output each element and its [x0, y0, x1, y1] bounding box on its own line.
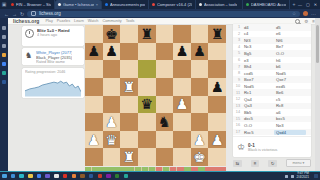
square-h4[interactable] — [208, 96, 226, 114]
square-e4[interactable] — [156, 96, 174, 114]
square-b1[interactable] — [103, 148, 121, 166]
move-list-card: 1d4d52c4e63Nf3Nf64Nc3Be75Bg5O-O6e3h67Bh4… — [233, 24, 311, 157]
square-e5[interactable] — [156, 78, 174, 96]
square-c2[interactable] — [120, 131, 138, 149]
nav-learn[interactable]: Learn — [74, 19, 84, 23]
window-controls: —▢✕ — [298, 0, 320, 9]
bookmark-star-icon[interactable]: ☆ — [292, 11, 296, 16]
black-move[interactable]: Rc8 — [274, 103, 306, 108]
square-a6[interactable] — [85, 60, 103, 78]
move-number: 2 — [233, 32, 242, 36]
square-h3[interactable] — [208, 113, 226, 131]
nav-watch[interactable]: Watch — [88, 19, 99, 23]
browser-tab[interactable]: Game • lichess.org× — [55, 0, 102, 9]
taskbar-app-icon[interactable] — [63, 174, 68, 179]
tray-icon[interactable] — [291, 175, 294, 178]
black-move[interactable]: Qxd4 — [274, 130, 306, 135]
tab-favicon — [11, 3, 14, 6]
game-info-card: Blitz 5+0 • Rated 4 hours ago — [22, 26, 84, 46]
nav-play[interactable]: Play — [45, 19, 52, 23]
rating-area — [25, 81, 81, 96]
move-number: 7 — [233, 65, 242, 69]
square-h6[interactable] — [208, 60, 226, 78]
taskbar-app-icon[interactable] — [19, 174, 24, 179]
square-e1[interactable] — [156, 148, 174, 166]
square-a7[interactable]: ♟ — [85, 43, 103, 61]
white-pawn-b3[interactable]: ♟ — [105, 115, 118, 129]
reload-icon[interactable]: ↻ — [20, 11, 24, 17]
tray-icon[interactable] — [285, 175, 288, 178]
square-d1[interactable] — [138, 148, 156, 166]
square-b8[interactable]: ♚ — [103, 25, 121, 43]
square-d2[interactable] — [138, 131, 156, 149]
tab-favicon — [199, 3, 202, 6]
square-g6[interactable] — [191, 60, 209, 78]
black-move[interactable]: Be6 — [274, 90, 306, 95]
system-tray: 9:47 PM 2/4/2021 — [285, 172, 318, 179]
black-rook-h8[interactable]: ♜ — [211, 27, 224, 41]
menu-button[interactable]: ≡ — [251, 160, 260, 167]
rating-chart — [25, 75, 81, 97]
black-move[interactable]: Ne3 — [274, 123, 306, 128]
white-move[interactable]: Nxd5 — [242, 84, 274, 89]
white-move[interactable]: d4 — [242, 25, 274, 30]
square-h8[interactable]: ♜ — [208, 25, 226, 43]
white-move[interactable]: Nc3 — [242, 44, 274, 49]
flip-board-button[interactable]: ⇆ — [233, 160, 242, 167]
tab-favicon — [152, 3, 155, 6]
move-number: 15 — [233, 117, 242, 121]
browser-sidebar-strip — [0, 18, 8, 171]
move-row: 10Nxd5exd5 — [233, 83, 311, 90]
square-g3[interactable] — [191, 113, 209, 131]
browser-menu-icon[interactable]: ⋯ — [311, 11, 316, 17]
clock-icon — [25, 29, 34, 38]
move-number: 10 — [233, 84, 242, 88]
square-b6[interactable] — [103, 60, 121, 78]
black-king-b8[interactable]: ♚ — [105, 27, 118, 41]
black-rook-d8[interactable]: ♜ — [140, 27, 153, 41]
square-e8[interactable] — [156, 25, 174, 43]
players-card: ♞ White_Player (2077) Black_Player (2035… — [22, 48, 84, 65]
move-row: 14Bb5a6 — [233, 109, 311, 116]
black-move[interactable]: Be7 — [274, 44, 306, 49]
taskbar-app-icon[interactable] — [28, 174, 33, 179]
white-move[interactable]: Bh4 — [242, 64, 274, 69]
black-move[interactable]: c5 — [274, 97, 306, 102]
white-move[interactable]: Bxe7 — [242, 77, 274, 82]
black-move[interactable]: e6 — [274, 31, 306, 36]
square-a8[interactable] — [85, 25, 103, 43]
move-number: 1 — [233, 25, 242, 29]
square-a5[interactable] — [85, 78, 103, 96]
browser-profile-icon[interactable]: ▣ — [0, 0, 8, 9]
sidebar-strip-icon[interactable] — [2, 44, 6, 48]
notification-center-icon[interactable] — [314, 174, 318, 179]
taskbar-clock[interactable]: 9:47 PM 2/4/2021 — [297, 172, 309, 179]
taskbar-app-icon[interactable] — [37, 174, 42, 179]
square-a4[interactable] — [85, 96, 103, 114]
move-row: 13Qa3Rc8 — [233, 103, 311, 110]
browser-address-bar: ← → ↻ lichess.org ☆ ⋯ — [0, 9, 320, 18]
taskbar-app-icon[interactable] — [98, 174, 103, 179]
square-g2[interactable]: ♟ — [191, 131, 209, 149]
gear-icon[interactable]: ⚙ — [304, 19, 308, 24]
square-h7[interactable] — [208, 43, 226, 61]
white-rook-c5[interactable]: ♜ — [123, 80, 136, 94]
black-pawn-a7[interactable]: ♟ — [88, 44, 101, 58]
white-king-g1[interactable]: ♚ — [193, 150, 206, 164]
move-row: 6e3h6 — [233, 57, 311, 64]
sidebar-strip-icon[interactable] — [2, 71, 6, 75]
move-row: 5Bg5O-O — [233, 50, 311, 57]
white-pawn-g2[interactable]: ♟ — [193, 133, 206, 147]
black-move[interactable]: Nxd5 — [274, 71, 306, 76]
move-row: 15dxc5bxc5 — [233, 116, 311, 123]
browser-tab[interactable]: DASHBOARD Accounts — [243, 0, 290, 9]
square-f2[interactable] — [173, 131, 191, 149]
square-e6[interactable] — [156, 60, 174, 78]
nav-community[interactable]: Community — [102, 19, 121, 23]
close-icon[interactable]: ✕ — [314, 2, 317, 7]
taskbar-app-icon[interactable] — [11, 174, 16, 179]
minimize-icon[interactable]: — — [298, 2, 302, 7]
square-f8[interactable] — [173, 25, 191, 43]
move-number: 12 — [233, 97, 242, 101]
white-move[interactable]: Qa4 — [242, 97, 274, 102]
tab-favicon — [246, 3, 249, 6]
move-number: 13 — [233, 104, 242, 108]
white-pawn-f4[interactable]: ♟ — [176, 97, 189, 111]
back-icon[interactable]: ← — [4, 11, 9, 17]
black-king-icon: ♔ — [237, 142, 245, 152]
lock-icon — [31, 11, 36, 16]
maximize-icon[interactable]: ▢ — [306, 2, 310, 7]
move-row: 7Bh4b6 — [233, 63, 311, 70]
square-e2[interactable] — [156, 131, 174, 149]
taskbar-app-icon[interactable] — [72, 174, 77, 179]
square-f1[interactable] — [173, 148, 191, 166]
move-row: 9Bxe7Qxe7 — [233, 76, 311, 83]
white-move[interactable]: O-O — [242, 123, 274, 128]
black-move[interactable]: h6 — [274, 58, 306, 63]
nav-puzzles[interactable]: Puzzles — [57, 19, 70, 23]
rating-chart-card: Rating progression: 2046 — [22, 68, 84, 98]
result-box: ♔ 0-1 Black is victorious — [233, 136, 311, 157]
white-move[interactable]: Rc1 — [242, 90, 274, 95]
black-move[interactable]: Qxe7 — [274, 77, 306, 82]
move-number: 4 — [233, 45, 242, 49]
move-row: 16O-ONe3 — [233, 122, 311, 129]
square-a3[interactable] — [85, 113, 103, 131]
tab-favicon — [58, 3, 61, 6]
square-b7[interactable]: ♟ — [103, 43, 121, 61]
move-row: 17Rxc5Qxd4 — [233, 129, 311, 136]
taskbar-app-icon[interactable] — [106, 174, 111, 179]
taskbar-app-icon[interactable] — [124, 174, 129, 179]
white-queen-b2[interactable]: ♛ — [105, 133, 118, 147]
url-field[interactable]: lichess.org ☆ — [27, 11, 300, 17]
square-b3[interactable]: ♟ — [103, 113, 121, 131]
square-c6[interactable] — [120, 60, 138, 78]
square-d4[interactable]: ♛ — [138, 96, 156, 114]
chess-board[interactable]: ♚♜♜♟♟♟♟♜♟♛♟♟♞♟♛♟♟♜♚ — [85, 25, 226, 166]
move-number: 6 — [233, 58, 242, 62]
square-a2[interactable]: ♟ — [85, 131, 103, 149]
black-move[interactable]: Nf6 — [274, 38, 306, 43]
square-f5[interactable] — [173, 78, 191, 96]
browser-avatar[interactable] — [303, 11, 308, 16]
sidebar-strip-icon[interactable] — [2, 53, 6, 57]
square-c1[interactable]: ♜ — [120, 148, 138, 166]
result-text: Black is victorious — [248, 148, 277, 152]
square-d5[interactable] — [138, 78, 156, 96]
tab-close-icon[interactable]: × — [96, 2, 98, 7]
black-move[interactable]: bxc5 — [274, 116, 306, 121]
black-move[interactable]: b6 — [274, 64, 306, 69]
square-h5[interactable]: ♟ — [208, 78, 226, 96]
white-pawn-a2[interactable]: ♟ — [88, 133, 101, 147]
taskbar-app-icon[interactable] — [89, 174, 94, 179]
square-e3[interactable]: ♞ — [156, 113, 174, 131]
taskbar-app-icon[interactable] — [45, 174, 50, 179]
square-b5[interactable] — [103, 78, 121, 96]
square-b4[interactable] — [103, 96, 121, 114]
square-g7[interactable]: ♟ — [191, 43, 209, 61]
black-pawn-g7[interactable]: ♟ — [193, 44, 206, 58]
white-move[interactable]: Bb5 — [242, 110, 274, 115]
square-c7[interactable] — [120, 43, 138, 61]
sidebar-strip-icon[interactable] — [2, 80, 6, 84]
game-time-label: 4 hours ago — [37, 33, 70, 37]
white-move[interactable]: c4 — [242, 31, 274, 36]
square-c5[interactable]: ♜ — [120, 78, 138, 96]
square-c8[interactable] — [120, 25, 138, 43]
move-row: 4Nc3Be7 — [233, 44, 311, 51]
square-d6[interactable] — [138, 60, 156, 78]
lichess-logo[interactable]: lichess.org — [13, 18, 39, 24]
taskbar-app-icon[interactable] — [80, 174, 85, 179]
square-g8[interactable] — [191, 25, 209, 43]
white-move[interactable]: cxd5 — [242, 71, 274, 76]
square-f7[interactable]: ♟ — [173, 43, 191, 61]
square-c4[interactable] — [120, 96, 138, 114]
square-h2[interactable]: ♟ — [208, 131, 226, 149]
rating-chart-title: Rating progression: 2046 — [25, 70, 81, 74]
move-number: 11 — [233, 91, 242, 95]
move-number: 14 — [233, 110, 242, 114]
move-row: 12Qa4c5 — [233, 96, 311, 103]
knight-icon: ♞ — [25, 50, 33, 63]
black-move[interactable]: O-O — [274, 51, 306, 56]
move-number: 17 — [233, 130, 242, 134]
square-g1[interactable]: ♚ — [191, 148, 209, 166]
move-number: 8 — [233, 71, 242, 75]
sidebar-strip-icon[interactable] — [2, 35, 6, 39]
move-number: 5 — [233, 51, 242, 55]
square-f6[interactable] — [173, 60, 191, 78]
sidebar-strip-icon[interactable] — [2, 26, 6, 30]
scrollbar-thumb[interactable] — [316, 25, 319, 63]
square-c3[interactable] — [120, 113, 138, 131]
game-note: Rated Blitz game — [36, 60, 72, 63]
white-move[interactable]: Bg5 — [242, 51, 274, 56]
move-row: 3Nf3Nf6 — [233, 37, 311, 44]
square-d3[interactable] — [138, 113, 156, 131]
black-move[interactable]: d5 — [274, 25, 306, 30]
move-row: 8cxd5Nxd5 — [233, 70, 311, 77]
square-g4[interactable] — [191, 96, 209, 114]
white-pawn-h2[interactable]: ♟ — [211, 133, 224, 147]
replay-button[interactable]: ↻ — [268, 160, 277, 167]
black-move[interactable]: a6 — [274, 110, 306, 115]
black-pawn-b7[interactable]: ♟ — [105, 44, 118, 58]
search-icon[interactable] — [295, 19, 300, 24]
move-number: 3 — [233, 38, 242, 42]
square-a1[interactable] — [85, 148, 103, 166]
taskbar-app-icon[interactable] — [54, 174, 59, 179]
white-move[interactable]: e3 — [242, 58, 274, 63]
move-controls: ⇆≡↻menu ▾ — [233, 159, 311, 167]
move-row: 11Rc1Be6 — [233, 89, 311, 96]
taskbar-app-icon[interactable] — [115, 174, 120, 179]
sidebar-strip-icon[interactable] — [2, 62, 6, 66]
browser-tab[interactable]: FIN – Browser – Studio — [8, 0, 55, 9]
header-icons: ⚙ ≡ — [295, 19, 315, 24]
white-move[interactable]: Nf3 — [242, 38, 274, 43]
square-f4[interactable]: ♟ — [173, 96, 191, 114]
forward-icon[interactable]: → — [12, 11, 17, 17]
white-move[interactable]: Qa3 — [242, 103, 274, 108]
browser-tab-bar: ▣ FIN – Browser – StudioGame • lichess.o… — [0, 0, 320, 9]
move-number: 9 — [233, 78, 242, 82]
square-d7[interactable] — [138, 43, 156, 61]
tab-favicon — [105, 3, 108, 6]
white-rook-c1[interactable]: ♜ — [123, 150, 136, 164]
white-move[interactable]: dxc5 — [242, 116, 274, 121]
browser-tab[interactable]: Announcements portal — [102, 0, 149, 9]
square-h1[interactable] — [208, 148, 226, 166]
move-row: 2c4e6 — [233, 31, 311, 38]
white-move[interactable]: Rxc5 — [242, 130, 274, 135]
move-row: 1d4d5 — [233, 24, 311, 31]
square-f3[interactable] — [173, 113, 191, 131]
black-pawn-f7[interactable]: ♟ — [176, 44, 189, 58]
start-button[interactable] — [2, 174, 7, 179]
black-pawn-h5[interactable]: ♟ — [211, 80, 224, 94]
page-url: lichess.org — [39, 11, 61, 16]
black-knight-e3[interactable]: ♞ — [158, 115, 171, 129]
black-move[interactable]: exd5 — [274, 84, 306, 89]
square-d8[interactable]: ♜ — [138, 25, 156, 43]
taskbar: 9:47 PM 2/4/2021 — [0, 172, 320, 180]
black-queen-d4[interactable]: ♛ — [140, 97, 153, 111]
move-number: 16 — [233, 123, 242, 127]
new-tab-button[interactable]: + — [290, 0, 298, 9]
menu-dropdown[interactable]: menu ▾ — [286, 159, 311, 167]
nav-tools[interactable]: Tools — [126, 19, 135, 23]
square-b2[interactable]: ♛ — [103, 131, 121, 149]
square-g5[interactable] — [191, 78, 209, 96]
browser-tab[interactable]: Composer v16.4 (205) — [149, 0, 196, 9]
move-list[interactable]: 1d4d52c4e63Nf3Nf64Nc3Be75Bg5O-O6e3h67Bh4… — [233, 24, 311, 136]
browser-tab[interactable]: Association – tools — [196, 0, 243, 9]
square-e7[interactable] — [156, 43, 174, 61]
